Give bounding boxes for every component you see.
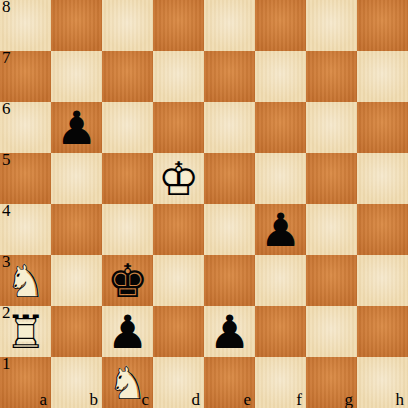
white-king-outline: ♔ xyxy=(153,153,204,204)
square-h3[interactable] xyxy=(357,255,408,306)
square-d4[interactable] xyxy=(153,204,204,255)
square-g5[interactable] xyxy=(306,153,357,204)
square-h8[interactable] xyxy=(357,0,408,51)
square-c4[interactable] xyxy=(102,204,153,255)
file-label-d: d xyxy=(192,391,201,408)
square-e3[interactable] xyxy=(204,255,255,306)
piece-white-knight-a3[interactable]: ♞♘ xyxy=(0,255,51,306)
square-c5[interactable] xyxy=(102,153,153,204)
square-h7[interactable] xyxy=(357,51,408,102)
square-a6[interactable]: 6 xyxy=(0,102,51,153)
square-a2[interactable]: 2♜♖ xyxy=(0,306,51,357)
square-f2[interactable] xyxy=(255,306,306,357)
piece-black-pawn-c2[interactable]: ♟ xyxy=(102,306,153,357)
square-h6[interactable] xyxy=(357,102,408,153)
rank-label-6: 6 xyxy=(2,100,11,119)
white-knight-outline: ♘ xyxy=(0,255,51,306)
square-g8[interactable] xyxy=(306,0,357,51)
square-a4[interactable]: 4 xyxy=(0,204,51,255)
square-b3[interactable] xyxy=(51,255,102,306)
square-g6[interactable] xyxy=(306,102,357,153)
square-g4[interactable] xyxy=(306,204,357,255)
square-f8[interactable] xyxy=(255,0,306,51)
square-d5[interactable]: ♚♔ xyxy=(153,153,204,204)
file-label-f: f xyxy=(296,391,302,408)
piece-white-knight-c1[interactable]: ♞♘ xyxy=(102,357,153,408)
file-label-b: b xyxy=(90,391,99,408)
square-f3[interactable] xyxy=(255,255,306,306)
square-c1[interactable]: c♞♘ xyxy=(102,357,153,408)
black-pawn-glyph: ♟ xyxy=(102,306,153,357)
square-f6[interactable] xyxy=(255,102,306,153)
file-label-h: h xyxy=(396,391,405,408)
chess-board: 876♟5♚♔4♟3♞♘♚2♜♖♟♟1abc♞♘defgh xyxy=(0,0,408,408)
black-king-glyph: ♚ xyxy=(102,255,153,306)
black-pawn-glyph: ♟ xyxy=(51,102,102,153)
square-b5[interactable] xyxy=(51,153,102,204)
piece-white-rook-a2[interactable]: ♜♖ xyxy=(0,306,51,357)
square-d1[interactable]: d xyxy=(153,357,204,408)
square-g1[interactable]: g xyxy=(306,357,357,408)
square-c8[interactable] xyxy=(102,0,153,51)
black-pawn-glyph: ♟ xyxy=(204,306,255,357)
square-g3[interactable] xyxy=(306,255,357,306)
square-e6[interactable] xyxy=(204,102,255,153)
square-d2[interactable] xyxy=(153,306,204,357)
piece-black-king-c3[interactable]: ♚ xyxy=(102,255,153,306)
square-h5[interactable] xyxy=(357,153,408,204)
square-b8[interactable] xyxy=(51,0,102,51)
rank-label-1: 1 xyxy=(2,355,11,374)
square-a1[interactable]: 1a xyxy=(0,357,51,408)
square-d8[interactable] xyxy=(153,0,204,51)
rank-label-7: 7 xyxy=(2,49,11,68)
square-f1[interactable]: f xyxy=(255,357,306,408)
square-a7[interactable]: 7 xyxy=(0,51,51,102)
square-b2[interactable] xyxy=(51,306,102,357)
square-c7[interactable] xyxy=(102,51,153,102)
square-e5[interactable] xyxy=(204,153,255,204)
rank-label-5: 5 xyxy=(2,151,11,170)
square-d6[interactable] xyxy=(153,102,204,153)
square-b4[interactable] xyxy=(51,204,102,255)
piece-black-pawn-e2[interactable]: ♟ xyxy=(204,306,255,357)
square-h2[interactable] xyxy=(357,306,408,357)
file-label-e: e xyxy=(243,391,251,408)
piece-white-king-d5[interactable]: ♚♔ xyxy=(153,153,204,204)
square-b1[interactable]: b xyxy=(51,357,102,408)
square-g7[interactable] xyxy=(306,51,357,102)
square-f5[interactable] xyxy=(255,153,306,204)
file-label-a: a xyxy=(39,391,47,408)
square-h4[interactable] xyxy=(357,204,408,255)
square-e1[interactable]: e xyxy=(204,357,255,408)
white-knight-outline: ♘ xyxy=(102,357,153,408)
square-a3[interactable]: 3♞♘ xyxy=(0,255,51,306)
piece-black-pawn-f4[interactable]: ♟ xyxy=(255,204,306,255)
square-c3[interactable]: ♚ xyxy=(102,255,153,306)
square-b6[interactable]: ♟ xyxy=(51,102,102,153)
square-e4[interactable] xyxy=(204,204,255,255)
square-e7[interactable] xyxy=(204,51,255,102)
square-d7[interactable] xyxy=(153,51,204,102)
piece-black-pawn-b6[interactable]: ♟ xyxy=(51,102,102,153)
black-pawn-glyph: ♟ xyxy=(255,204,306,255)
square-h1[interactable]: h xyxy=(357,357,408,408)
square-d3[interactable] xyxy=(153,255,204,306)
file-label-g: g xyxy=(345,391,354,408)
square-c2[interactable]: ♟ xyxy=(102,306,153,357)
square-e2[interactable]: ♟ xyxy=(204,306,255,357)
square-e8[interactable] xyxy=(204,0,255,51)
square-a5[interactable]: 5 xyxy=(0,153,51,204)
square-f7[interactable] xyxy=(255,51,306,102)
square-a8[interactable]: 8 xyxy=(0,0,51,51)
white-rook-outline: ♖ xyxy=(0,306,51,357)
square-f4[interactable]: ♟ xyxy=(255,204,306,255)
square-c6[interactable] xyxy=(102,102,153,153)
square-b7[interactable] xyxy=(51,51,102,102)
rank-label-4: 4 xyxy=(2,202,11,221)
square-g2[interactable] xyxy=(306,306,357,357)
rank-label-8: 8 xyxy=(2,0,11,17)
